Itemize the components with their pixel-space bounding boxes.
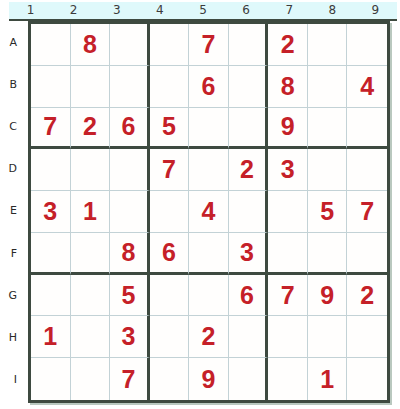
sudoku-cell[interactable]: 6 [229, 275, 269, 317]
sudoku-cell[interactable]: 8 [110, 233, 150, 275]
cell-digit: 8 [83, 32, 97, 57]
row-label: A [0, 21, 26, 63]
sudoku-cell[interactable] [71, 275, 111, 317]
cell-digit: 5 [320, 199, 334, 224]
cell-digit: 7 [43, 114, 57, 139]
cell-digit: 2 [202, 324, 216, 349]
sudoku-cell[interactable]: 9 [268, 108, 308, 150]
sudoku-cell[interactable] [347, 316, 387, 358]
sudoku-cell[interactable]: 3 [110, 316, 150, 358]
cell-digit: 2 [240, 157, 254, 182]
sudoku-cell[interactable]: 5 [308, 191, 348, 233]
row-label: I [0, 359, 26, 401]
sudoku-cell[interactable]: 2 [268, 24, 308, 66]
sudoku-cell[interactable] [308, 108, 348, 150]
sudoku-cell[interactable]: 7 [347, 191, 387, 233]
sudoku-cell[interactable] [268, 191, 308, 233]
sudoku-cell[interactable]: 4 [347, 66, 387, 108]
sudoku-cell[interactable] [347, 149, 387, 191]
sudoku-cell[interactable]: 8 [268, 66, 308, 108]
sudoku-cell[interactable] [308, 233, 348, 275]
cell-digit: 1 [83, 199, 97, 224]
cell-digit: 8 [121, 240, 135, 265]
sudoku-cell[interactable] [347, 233, 387, 275]
cell-digit: 3 [43, 199, 57, 224]
cell-digit: 7 [281, 283, 295, 308]
sudoku-cell[interactable]: 1 [308, 358, 348, 400]
sudoku-cell[interactable]: 7 [31, 108, 71, 150]
sudoku-cell[interactable] [189, 108, 229, 150]
column-label: 9 [354, 2, 397, 19]
column-label: 5 [181, 2, 224, 19]
column-label: 7 [268, 2, 311, 19]
sudoku-cell[interactable] [229, 358, 269, 400]
sudoku-cell[interactable] [150, 191, 190, 233]
cell-digit: 9 [320, 283, 334, 308]
sudoku-cell[interactable] [189, 149, 229, 191]
sudoku-cell[interactable] [110, 149, 150, 191]
sudoku-cell[interactable] [110, 66, 150, 108]
sudoku-cell[interactable] [308, 149, 348, 191]
cell-digit: 6 [121, 114, 135, 139]
cell-digit: 7 [121, 367, 135, 392]
sudoku-cell[interactable] [71, 316, 111, 358]
cell-digit: 5 [162, 114, 176, 139]
sudoku-cell[interactable]: 3 [268, 149, 308, 191]
sudoku-cell[interactable]: 6 [189, 66, 229, 108]
sudoku-cell[interactable] [31, 233, 71, 275]
sudoku-cell[interactable] [71, 358, 111, 400]
sudoku-page: 123456789 ABCDEFGHI 87268472659723314578… [0, 0, 400, 409]
sudoku-cell[interactable]: 7 [110, 358, 150, 400]
sudoku-cell[interactable] [71, 66, 111, 108]
sudoku-cell[interactable]: 3 [31, 191, 71, 233]
sudoku-cell[interactable] [31, 66, 71, 108]
sudoku-cell[interactable]: 8 [71, 24, 111, 66]
sudoku-cell[interactable]: 2 [71, 108, 111, 150]
sudoku-cell[interactable]: 6 [150, 233, 190, 275]
sudoku-cell[interactable] [229, 24, 269, 66]
column-label: 6 [225, 2, 268, 19]
sudoku-cell[interactable] [31, 24, 71, 66]
cell-digit: 9 [281, 114, 295, 139]
cell-digit: 7 [202, 32, 216, 57]
sudoku-cell[interactable] [150, 24, 190, 66]
sudoku-cell[interactable] [71, 233, 111, 275]
sudoku-cell[interactable] [189, 275, 229, 317]
sudoku-cell[interactable]: 2 [347, 275, 387, 317]
cell-digit: 6 [240, 283, 254, 308]
sudoku-cell[interactable]: 9 [189, 358, 229, 400]
cell-digit: 4 [360, 74, 374, 99]
column-label: 3 [95, 2, 138, 19]
cell-digit: 2 [83, 114, 97, 139]
sudoku-cell[interactable] [31, 149, 71, 191]
sudoku-board: 872684726597233145786356792132791 [28, 21, 390, 403]
row-label: F [0, 232, 26, 274]
column-label: 2 [52, 2, 95, 19]
row-label: H [0, 317, 26, 359]
sudoku-cell[interactable] [31, 358, 71, 400]
sudoku-cell[interactable]: 7 [150, 149, 190, 191]
cell-digit: 6 [162, 240, 176, 265]
cell-digit: 7 [162, 157, 176, 182]
cell-digit: 5 [121, 283, 135, 308]
sudoku-cell[interactable] [347, 358, 387, 400]
sudoku-cell[interactable] [71, 149, 111, 191]
cell-digit: 2 [281, 32, 295, 57]
column-label: 8 [311, 2, 354, 19]
sudoku-cell[interactable] [308, 66, 348, 108]
row-labels: ABCDEFGHI [0, 21, 26, 401]
sudoku-cell[interactable] [229, 316, 269, 358]
column-labels: 123456789 [9, 2, 397, 21]
sudoku-cell[interactable] [268, 233, 308, 275]
sudoku-cell[interactable]: 4 [189, 191, 229, 233]
cell-digit: 2 [360, 283, 374, 308]
sudoku-cell[interactable]: 3 [229, 233, 269, 275]
sudoku-cell[interactable]: 5 [110, 275, 150, 317]
sudoku-cell[interactable] [347, 108, 387, 150]
sudoku-cell[interactable]: 2 [229, 149, 269, 191]
sudoku-cell[interactable] [308, 316, 348, 358]
cell-digit: 8 [281, 74, 295, 99]
sudoku-cell[interactable] [189, 233, 229, 275]
cell-digit: 1 [320, 367, 334, 392]
row-label: C [0, 105, 26, 147]
sudoku-cell[interactable] [31, 275, 71, 317]
sudoku-cell[interactable] [150, 316, 190, 358]
sudoku-cell[interactable] [268, 358, 308, 400]
cell-digit: 3 [240, 240, 254, 265]
sudoku-cell[interactable] [150, 275, 190, 317]
sudoku-cell[interactable]: 1 [31, 316, 71, 358]
row-label: G [0, 274, 26, 316]
sudoku-cell[interactable]: 6 [110, 108, 150, 150]
cell-digit: 6 [202, 74, 216, 99]
sudoku-cell[interactable]: 9 [308, 275, 348, 317]
cell-digit: 3 [281, 157, 295, 182]
sudoku-cell[interactable] [229, 191, 269, 233]
sudoku-cell[interactable] [229, 66, 269, 108]
column-label: 4 [138, 2, 181, 19]
sudoku-cell[interactable]: 1 [71, 191, 111, 233]
sudoku-cell[interactable]: 5 [150, 108, 190, 150]
row-label: B [0, 63, 26, 105]
cell-digit: 7 [360, 199, 374, 224]
sudoku-cell[interactable]: 7 [268, 275, 308, 317]
sudoku-cell[interactable] [268, 316, 308, 358]
cell-digit: 1 [43, 324, 57, 349]
cell-digit: 4 [202, 199, 216, 224]
cell-digit: 9 [202, 367, 216, 392]
sudoku-cell[interactable] [150, 358, 190, 400]
sudoku-cell[interactable]: 7 [189, 24, 229, 66]
row-label: D [0, 148, 26, 190]
cell-digit: 3 [121, 324, 135, 349]
sudoku-cell[interactable] [229, 108, 269, 150]
sudoku-cell[interactable] [150, 66, 190, 108]
row-label: E [0, 190, 26, 232]
column-label: 1 [9, 2, 52, 19]
sudoku-cell[interactable] [110, 191, 150, 233]
sudoku-cell[interactable] [347, 24, 387, 66]
sudoku-cell[interactable]: 2 [189, 316, 229, 358]
sudoku-cell[interactable] [110, 24, 150, 66]
sudoku-cell[interactable] [308, 24, 348, 66]
